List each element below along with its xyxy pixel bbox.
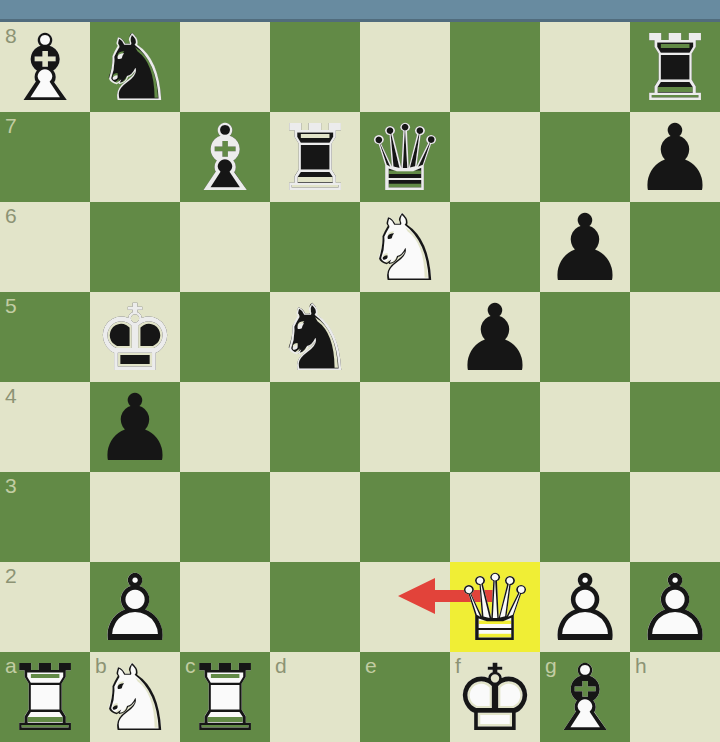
piece-white-knight[interactable]: ♞♘ [360,202,450,292]
square-e2[interactable] [360,562,450,652]
square-b4[interactable]: ♟♙ [90,382,180,472]
square-h6[interactable] [630,202,720,292]
square-b3[interactable] [90,472,180,562]
piece-black-knight[interactable]: ♞♘ [270,292,360,382]
square-f1[interactable]: f♚♔ [450,652,540,742]
square-b2[interactable]: ♟♙ [90,562,180,652]
piece-black-rook[interactable]: ♜♖ [630,22,720,112]
black-pawn-glyph: ♟ [630,114,720,204]
white-queen-outline: ♕ [450,564,540,654]
square-f4[interactable] [450,382,540,472]
piece-white-bishop[interactable]: ♝♗ [0,22,90,112]
square-g5[interactable] [540,292,630,382]
piece-black-bishop[interactable]: ♝♗ [180,112,270,202]
square-f6[interactable] [450,202,540,292]
square-e1[interactable]: e [360,652,450,742]
square-e8[interactable] [360,22,450,112]
black-pawn-glyph: ♟ [540,204,630,294]
white-bishop-outline: ♗ [540,654,630,742]
square-h1[interactable]: h [630,652,720,742]
piece-white-pawn[interactable]: ♟♙ [90,562,180,652]
square-d2[interactable] [270,562,360,652]
white-bishop-outline: ♗ [0,24,90,114]
square-g2[interactable]: ♟♙ [540,562,630,652]
black-bishop-outline: ♗ [180,114,270,204]
square-d1[interactable]: d [270,652,360,742]
square-a1[interactable]: a♜♖ [0,652,90,742]
chess-app: 8♝♗♞♘♜♖7♝♗♜♖♛♕♟♙6♞♘♟♙5♚♔♞♘♟♙4♟♙32♟♙♛♕♟♙♟… [0,0,720,742]
piece-white-pawn[interactable]: ♟♙ [540,562,630,652]
black-king-outline: ♔ [90,294,180,384]
piece-white-queen[interactable]: ♛♕ [450,562,540,652]
black-rook-outline: ♖ [630,24,720,114]
file-label-e: e [365,655,377,676]
square-c7[interactable]: ♝♗ [180,112,270,202]
square-f5[interactable]: ♟♙ [450,292,540,382]
piece-black-queen[interactable]: ♛♕ [360,112,450,202]
white-rook-outline: ♖ [0,654,90,742]
square-d5[interactable]: ♞♘ [270,292,360,382]
piece-black-pawn[interactable]: ♟♙ [90,382,180,472]
square-a8[interactable]: 8♝♗ [0,22,90,112]
black-knight-outline: ♘ [270,294,360,384]
white-knight-outline: ♘ [360,204,450,294]
square-a3[interactable]: 3 [0,472,90,562]
square-h4[interactable] [630,382,720,472]
rank-label-6: 6 [5,205,17,226]
square-c4[interactable] [180,382,270,472]
white-rook-outline: ♖ [180,654,270,742]
square-b1[interactable]: b♞♘ [90,652,180,742]
black-pawn-glyph: ♟ [450,294,540,384]
square-b5[interactable]: ♚♔ [90,292,180,382]
white-pawn-outline: ♙ [630,564,720,654]
square-e3[interactable] [360,472,450,562]
black-rook-outline: ♖ [270,114,360,204]
square-c1[interactable]: c♜♖ [180,652,270,742]
square-g8[interactable] [540,22,630,112]
black-pawn-glyph: ♟ [90,384,180,474]
square-c3[interactable] [180,472,270,562]
square-e6[interactable]: ♞♘ [360,202,450,292]
white-pawn-outline: ♙ [540,564,630,654]
square-h2[interactable]: ♟♙ [630,562,720,652]
square-f2[interactable]: ♛♕ [450,562,540,652]
square-a2[interactable]: 2 [0,562,90,652]
square-e7[interactable]: ♛♕ [360,112,450,202]
square-a7[interactable]: 7 [0,112,90,202]
square-f7[interactable] [450,112,540,202]
square-g4[interactable] [540,382,630,472]
piece-white-knight[interactable]: ♞♘ [90,652,180,742]
square-e5[interactable] [360,292,450,382]
square-c2[interactable] [180,562,270,652]
square-d8[interactable] [270,22,360,112]
square-d3[interactable] [270,472,360,562]
white-knight-outline: ♘ [90,654,180,742]
square-g3[interactable] [540,472,630,562]
piece-black-rook[interactable]: ♜♖ [270,112,360,202]
square-d6[interactable] [270,202,360,292]
piece-white-rook[interactable]: ♜♖ [180,652,270,742]
square-c8[interactable] [180,22,270,112]
piece-black-king[interactable]: ♚♔ [90,292,180,382]
piece-black-knight[interactable]: ♞♘ [90,22,180,112]
piece-white-king[interactable]: ♚♔ [450,652,540,742]
black-knight-outline: ♘ [90,24,180,114]
square-a4[interactable]: 4 [0,382,90,472]
square-c6[interactable] [180,202,270,292]
square-c5[interactable] [180,292,270,382]
square-g1[interactable]: g♝♗ [540,652,630,742]
square-f8[interactable] [450,22,540,112]
square-h5[interactable] [630,292,720,382]
square-g7[interactable] [540,112,630,202]
square-d4[interactable] [270,382,360,472]
square-h8[interactable]: ♜♖ [630,22,720,112]
board-area: 8♝♗♞♘♜♖7♝♗♜♖♛♕♟♙6♞♘♟♙5♚♔♞♘♟♙4♟♙32♟♙♛♕♟♙♟… [0,22,720,742]
square-g6[interactable]: ♟♙ [540,202,630,292]
square-a5[interactable]: 5 [0,292,90,382]
rank-label-2: 2 [5,565,17,586]
square-e4[interactable] [360,382,450,472]
rank-label-3: 3 [5,475,17,496]
square-h7[interactable]: ♟♙ [630,112,720,202]
square-h3[interactable] [630,472,720,562]
piece-white-rook[interactable]: ♜♖ [0,652,90,742]
white-king-outline: ♔ [450,654,540,742]
piece-white-bishop[interactable]: ♝♗ [540,652,630,742]
square-b7[interactable] [90,112,180,202]
piece-black-pawn[interactable]: ♟♙ [540,202,630,292]
black-queen-outline: ♕ [360,114,450,204]
white-pawn-outline: ♙ [90,564,180,654]
piece-black-pawn[interactable]: ♟♙ [450,292,540,382]
piece-white-pawn[interactable]: ♟♙ [630,562,720,652]
square-b6[interactable] [90,202,180,292]
rank-label-5: 5 [5,295,17,316]
piece-black-pawn[interactable]: ♟♙ [630,112,720,202]
square-d7[interactable]: ♜♖ [270,112,360,202]
rank-label-4: 4 [5,385,17,406]
square-f3[interactable] [450,472,540,562]
square-a6[interactable]: 6 [0,202,90,292]
square-b8[interactable]: ♞♘ [90,22,180,112]
chess-board: 8♝♗♞♘♜♖7♝♗♜♖♛♕♟♙6♞♘♟♙5♚♔♞♘♟♙4♟♙32♟♙♛♕♟♙♟… [0,22,720,742]
file-label-d: d [275,655,287,676]
